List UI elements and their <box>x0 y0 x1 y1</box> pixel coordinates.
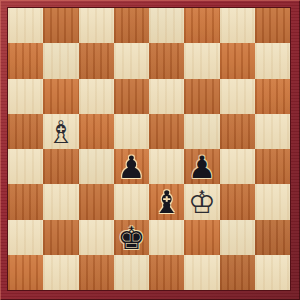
square-d2[interactable]: ♚ <box>114 220 149 255</box>
white-bishop-piece[interactable]: ♗ <box>47 116 75 147</box>
square-f8[interactable] <box>184 8 219 43</box>
square-h2[interactable] <box>255 220 290 255</box>
square-b4[interactable] <box>43 149 78 184</box>
square-g4[interactable] <box>220 149 255 184</box>
square-h3[interactable] <box>255 184 290 219</box>
board-frame: ♗♟♟♝♔♚ <box>0 0 300 300</box>
square-f2[interactable] <box>184 220 219 255</box>
square-h8[interactable] <box>255 8 290 43</box>
square-e2[interactable] <box>149 220 184 255</box>
square-f4[interactable]: ♟ <box>184 149 219 184</box>
white-king-piece[interactable]: ♔ <box>188 187 216 218</box>
square-b8[interactable] <box>43 8 78 43</box>
square-d1[interactable] <box>114 255 149 290</box>
square-h4[interactable] <box>255 149 290 184</box>
square-c8[interactable] <box>79 8 114 43</box>
square-a8[interactable] <box>8 8 43 43</box>
square-e7[interactable] <box>149 43 184 78</box>
square-f1[interactable] <box>184 255 219 290</box>
square-d8[interactable] <box>114 8 149 43</box>
square-c1[interactable] <box>79 255 114 290</box>
square-g8[interactable] <box>220 8 255 43</box>
square-a6[interactable] <box>8 79 43 114</box>
square-h7[interactable] <box>255 43 290 78</box>
square-b7[interactable] <box>43 43 78 78</box>
square-a5[interactable] <box>8 114 43 149</box>
square-a2[interactable] <box>8 220 43 255</box>
square-e3[interactable]: ♝ <box>149 184 184 219</box>
square-a7[interactable] <box>8 43 43 78</box>
square-a1[interactable] <box>8 255 43 290</box>
square-c5[interactable] <box>79 114 114 149</box>
square-d5[interactable] <box>114 114 149 149</box>
square-e4[interactable] <box>149 149 184 184</box>
square-d7[interactable] <box>114 43 149 78</box>
square-f6[interactable] <box>184 79 219 114</box>
chess-board: ♗♟♟♝♔♚ <box>8 8 290 290</box>
square-e5[interactable] <box>149 114 184 149</box>
square-b3[interactable] <box>43 184 78 219</box>
square-c2[interactable] <box>79 220 114 255</box>
square-f7[interactable] <box>184 43 219 78</box>
square-f3[interactable]: ♔ <box>184 184 219 219</box>
square-g1[interactable] <box>220 255 255 290</box>
square-b2[interactable] <box>43 220 78 255</box>
black-bishop-piece[interactable]: ♝ <box>153 187 181 218</box>
square-h5[interactable] <box>255 114 290 149</box>
square-c6[interactable] <box>79 79 114 114</box>
square-h1[interactable] <box>255 255 290 290</box>
black-king-piece[interactable]: ♚ <box>117 222 145 253</box>
square-b5[interactable]: ♗ <box>43 114 78 149</box>
square-g6[interactable] <box>220 79 255 114</box>
square-f5[interactable] <box>184 114 219 149</box>
square-g3[interactable] <box>220 184 255 219</box>
square-h6[interactable] <box>255 79 290 114</box>
square-b1[interactable] <box>43 255 78 290</box>
square-d6[interactable] <box>114 79 149 114</box>
square-e8[interactable] <box>149 8 184 43</box>
square-e6[interactable] <box>149 79 184 114</box>
square-d3[interactable] <box>114 184 149 219</box>
square-c4[interactable] <box>79 149 114 184</box>
square-c7[interactable] <box>79 43 114 78</box>
square-e1[interactable] <box>149 255 184 290</box>
square-g2[interactable] <box>220 220 255 255</box>
black-pawn-piece[interactable]: ♟ <box>188 152 216 183</box>
square-a4[interactable] <box>8 149 43 184</box>
square-g5[interactable] <box>220 114 255 149</box>
black-pawn-piece[interactable]: ♟ <box>117 152 145 183</box>
square-d4[interactable]: ♟ <box>114 149 149 184</box>
square-b6[interactable] <box>43 79 78 114</box>
square-c3[interactable] <box>79 184 114 219</box>
square-g7[interactable] <box>220 43 255 78</box>
square-a3[interactable] <box>8 184 43 219</box>
